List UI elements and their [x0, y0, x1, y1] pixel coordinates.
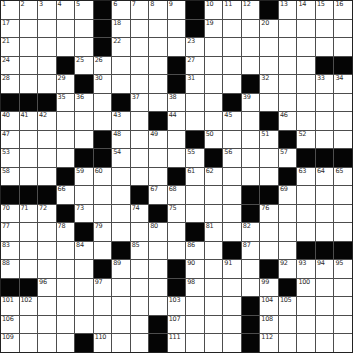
cell-r15c13[interactable]: 91	[223, 260, 241, 278]
cell-r10c9[interactable]	[149, 168, 167, 186]
cell-r13c4[interactable]: 78	[57, 223, 75, 241]
cell-r16c17[interactable]: 100	[297, 279, 315, 297]
cell-r4c3[interactable]	[38, 57, 56, 75]
cell-r17c12[interactable]	[205, 297, 223, 315]
cell-r4c13[interactable]	[223, 57, 241, 75]
cell-r12c11[interactable]	[186, 205, 204, 223]
cell-r13c13[interactable]	[223, 223, 241, 241]
cell-r10c13[interactable]	[223, 168, 241, 186]
cell-r9c4[interactable]	[57, 149, 75, 167]
cell-r1c4[interactable]: 4	[57, 1, 75, 19]
cell-r6c8[interactable]: 37	[131, 94, 149, 112]
cell-r4c2[interactable]	[20, 57, 38, 75]
cell-r6c9[interactable]	[149, 94, 167, 112]
cell-r8c9[interactable]: 49	[149, 131, 167, 149]
cell-r5c4[interactable]: 29	[57, 75, 75, 93]
cell-r17c4[interactable]	[57, 297, 75, 315]
cell-r1c13[interactable]: 11	[223, 1, 241, 19]
cell-r7c10[interactable]: 44	[168, 112, 186, 130]
cell-r16c18[interactable]	[316, 279, 334, 297]
cell-r12c12[interactable]	[205, 205, 223, 223]
cell-r5c6[interactable]: 30	[94, 75, 112, 93]
cell-r3c16[interactable]	[279, 38, 297, 56]
cell-r19c13[interactable]	[223, 334, 241, 352]
cell-r3c17[interactable]	[297, 38, 315, 56]
cell-r7c18[interactable]	[316, 112, 334, 130]
cell-r12c5[interactable]: 73	[75, 205, 93, 223]
cell-r15c4[interactable]	[57, 260, 75, 278]
cell-r13c15[interactable]	[260, 223, 278, 241]
cell-r19c17[interactable]	[297, 334, 315, 352]
cell-r8c17[interactable]: 52	[297, 131, 315, 149]
cell-r4c14[interactable]	[242, 57, 260, 75]
cell-r7c16[interactable]: 46	[279, 112, 297, 130]
cell-r2c16[interactable]	[279, 20, 297, 38]
cell-r4c11[interactable]: 27	[186, 57, 204, 75]
cell-r18c19[interactable]	[334, 316, 352, 334]
cell-r17c9[interactable]	[149, 297, 167, 315]
cell-r11c18[interactable]	[316, 186, 334, 204]
cell-r16c5[interactable]	[75, 279, 93, 297]
cell-r12c15[interactable]: 76	[260, 205, 278, 223]
cell-r4c8[interactable]	[131, 57, 149, 75]
cell-r13c14[interactable]: 82	[242, 223, 260, 241]
cell-r4c6[interactable]: 26	[94, 57, 112, 75]
cell-r8c3[interactable]	[38, 131, 56, 149]
cell-r8c8[interactable]	[131, 131, 149, 149]
cell-r11c17[interactable]	[297, 186, 315, 204]
cell-r17c10[interactable]: 103	[168, 297, 186, 315]
cell-r8c10[interactable]	[168, 131, 186, 149]
cell-r15c19[interactable]: 95	[334, 260, 352, 278]
cell-r9c14[interactable]	[242, 149, 260, 167]
cell-r8c2[interactable]	[20, 131, 38, 149]
cell-r17c19[interactable]	[334, 297, 352, 315]
cell-r18c2[interactable]	[20, 316, 38, 334]
cell-r4c7[interactable]	[112, 57, 130, 75]
cell-r6c11[interactable]	[186, 94, 204, 112]
cell-r17c8[interactable]	[131, 297, 149, 315]
cell-r10c2[interactable]	[20, 168, 38, 186]
cell-r16c6[interactable]: 97	[94, 279, 112, 297]
cell-r3c11[interactable]: 23	[186, 38, 204, 56]
cell-r2c14[interactable]	[242, 20, 260, 38]
cell-r7c4[interactable]	[57, 112, 75, 130]
cell-r8c15[interactable]: 51	[260, 131, 278, 149]
cell-r7c12[interactable]	[205, 112, 223, 130]
cell-r18c15[interactable]: 108	[260, 316, 278, 334]
cell-r8c12[interactable]: 50	[205, 131, 223, 149]
cell-r14c9[interactable]	[149, 242, 167, 260]
cell-r12c19[interactable]	[334, 205, 352, 223]
cell-r14c10[interactable]	[168, 242, 186, 260]
cell-r5c17[interactable]	[297, 75, 315, 93]
cell-r11c11[interactable]	[186, 186, 204, 204]
cell-r7c19[interactable]	[334, 112, 352, 130]
cell-r2c9[interactable]	[149, 20, 167, 38]
cell-r11c13[interactable]	[223, 186, 241, 204]
cell-r12c7[interactable]	[112, 205, 130, 223]
cell-r5c2[interactable]	[20, 75, 38, 93]
cell-r17c2[interactable]: 102	[20, 297, 38, 315]
cell-r7c13[interactable]: 45	[223, 112, 241, 130]
cell-r8c7[interactable]: 48	[112, 131, 130, 149]
cell-r17c3[interactable]	[38, 297, 56, 315]
cell-r7c2[interactable]: 41	[20, 112, 38, 130]
cell-r19c3[interactable]	[38, 334, 56, 352]
cell-r19c1[interactable]: 109	[1, 334, 19, 352]
cell-r9c15[interactable]	[260, 149, 278, 167]
cell-r14c12[interactable]	[205, 242, 223, 260]
cell-r4c5[interactable]: 25	[75, 57, 93, 75]
cell-r2c1[interactable]: 17	[1, 20, 19, 38]
cell-r5c1[interactable]: 28	[1, 75, 19, 93]
cell-r9c11[interactable]: 55	[186, 149, 204, 167]
cell-r5c15[interactable]: 32	[260, 75, 278, 93]
cell-r15c18[interactable]: 94	[316, 260, 334, 278]
cell-r6c14[interactable]: 39	[242, 94, 260, 112]
cell-r15c2[interactable]	[20, 260, 38, 278]
cell-r7c7[interactable]: 43	[112, 112, 130, 130]
cell-r18c13[interactable]	[223, 316, 241, 334]
cell-r3c7[interactable]: 22	[112, 38, 130, 56]
cell-r15c9[interactable]	[149, 260, 167, 278]
cell-r2c5[interactable]	[75, 20, 93, 38]
cell-r3c18[interactable]	[316, 38, 334, 56]
cell-r8c1[interactable]: 47	[1, 131, 19, 149]
cell-r13c10[interactable]	[168, 223, 186, 241]
cell-r2c8[interactable]	[131, 20, 149, 38]
cell-r12c3[interactable]: 72	[38, 205, 56, 223]
cell-r17c1[interactable]: 101	[1, 297, 19, 315]
cell-r2c13[interactable]	[223, 20, 241, 38]
cell-r1c8[interactable]: 7	[131, 1, 149, 19]
cell-r18c7[interactable]	[112, 316, 130, 334]
cell-r18c18[interactable]	[316, 316, 334, 334]
cell-r10c11[interactable]: 61	[186, 168, 204, 186]
cell-r13c7[interactable]	[112, 223, 130, 241]
cell-r12c13[interactable]	[223, 205, 241, 223]
cell-r14c11[interactable]: 86	[186, 242, 204, 260]
cell-r7c8[interactable]	[131, 112, 149, 130]
cell-r17c13[interactable]	[223, 297, 241, 315]
cell-r12c2[interactable]: 71	[20, 205, 38, 223]
cell-r13c16[interactable]	[279, 223, 297, 241]
cell-r11c16[interactable]: 69	[279, 186, 297, 204]
cell-r2c7[interactable]: 18	[112, 20, 130, 38]
cell-r10c19[interactable]: 65	[334, 168, 352, 186]
cell-r11c12[interactable]	[205, 186, 223, 204]
cell-r6c17[interactable]	[297, 94, 315, 112]
cell-r7c5[interactable]	[75, 112, 93, 130]
cell-r13c18[interactable]	[316, 223, 334, 241]
cell-r14c2[interactable]	[20, 242, 38, 260]
cell-r15c8[interactable]	[131, 260, 149, 278]
cell-r17c11[interactable]	[186, 297, 204, 315]
cell-r5c8[interactable]	[131, 75, 149, 93]
cell-r15c3[interactable]	[38, 260, 56, 278]
cell-r4c12[interactable]	[205, 57, 223, 75]
cell-r16c12[interactable]	[205, 279, 223, 297]
cell-r7c14[interactable]	[242, 112, 260, 130]
cell-r3c8[interactable]	[131, 38, 149, 56]
cell-r1c7[interactable]: 6	[112, 1, 130, 19]
cell-r17c6[interactable]	[94, 297, 112, 315]
cell-r3c9[interactable]	[149, 38, 167, 56]
cell-r15c16[interactable]: 92	[279, 260, 297, 278]
cell-r10c18[interactable]: 64	[316, 168, 334, 186]
cell-r17c16[interactable]: 105	[279, 297, 297, 315]
cell-r13c9[interactable]: 80	[149, 223, 167, 241]
cell-r6c16[interactable]	[279, 94, 297, 112]
cell-r5c12[interactable]	[205, 75, 223, 93]
cell-r19c15[interactable]: 112	[260, 334, 278, 352]
cell-r9c9[interactable]	[149, 149, 167, 167]
cell-r18c10[interactable]: 107	[168, 316, 186, 334]
cell-r16c3[interactable]: 96	[38, 279, 56, 297]
cell-r16c4[interactable]	[57, 279, 75, 297]
cell-r14c5[interactable]: 84	[75, 242, 93, 260]
cell-r12c1[interactable]: 70	[1, 205, 19, 223]
cell-r17c7[interactable]	[112, 297, 130, 315]
cell-r16c9[interactable]	[149, 279, 167, 297]
cell-r6c15[interactable]	[260, 94, 278, 112]
cell-r19c8[interactable]	[131, 334, 149, 352]
cell-r3c15[interactable]	[260, 38, 278, 56]
cell-r2c2[interactable]	[20, 20, 38, 38]
cell-r10c14[interactable]	[242, 168, 260, 186]
cell-r17c15[interactable]: 104	[260, 297, 278, 315]
cell-r11c4[interactable]: 66	[57, 186, 75, 204]
cell-r3c13[interactable]	[223, 38, 241, 56]
cell-r18c4[interactable]	[57, 316, 75, 334]
cell-r2c18[interactable]	[316, 20, 334, 38]
cell-r13c1[interactable]: 77	[1, 223, 19, 241]
cell-r6c12[interactable]	[205, 94, 223, 112]
cell-r16c14[interactable]	[242, 279, 260, 297]
cell-r7c3[interactable]: 42	[38, 112, 56, 130]
cell-r6c6[interactable]	[94, 94, 112, 112]
cell-r10c7[interactable]	[112, 168, 130, 186]
cell-r11c7[interactable]	[112, 186, 130, 204]
cell-r10c17[interactable]: 63	[297, 168, 315, 186]
cell-r18c6[interactable]	[94, 316, 112, 334]
cell-r12c17[interactable]	[297, 205, 315, 223]
cell-r6c4[interactable]: 35	[57, 94, 75, 112]
cell-r8c19[interactable]	[334, 131, 352, 149]
cell-r14c8[interactable]: 85	[131, 242, 149, 260]
cell-r1c3[interactable]: 3	[38, 1, 56, 19]
cell-r4c9[interactable]	[149, 57, 167, 75]
cell-r1c16[interactable]: 13	[279, 1, 297, 19]
cell-r16c7[interactable]	[112, 279, 130, 297]
cell-r5c7[interactable]	[112, 75, 130, 93]
cell-r7c11[interactable]	[186, 112, 204, 130]
cell-r12c8[interactable]: 74	[131, 205, 149, 223]
cell-r18c5[interactable]	[75, 316, 93, 334]
cell-r19c6[interactable]: 110	[94, 334, 112, 352]
cell-r19c2[interactable]	[20, 334, 38, 352]
cell-r3c2[interactable]	[20, 38, 38, 56]
cell-r9c16[interactable]: 57	[279, 149, 297, 167]
cell-r11c19[interactable]	[334, 186, 352, 204]
cell-r18c11[interactable]	[186, 316, 204, 334]
cell-r9c2[interactable]	[20, 149, 38, 167]
cell-r18c16[interactable]	[279, 316, 297, 334]
cell-r9c1[interactable]: 53	[1, 149, 19, 167]
cell-r1c9[interactable]: 8	[149, 1, 167, 19]
cell-r14c3[interactable]	[38, 242, 56, 260]
cell-r14c16[interactable]	[279, 242, 297, 260]
cell-r12c6[interactable]	[94, 205, 112, 223]
cell-r18c12[interactable]	[205, 316, 223, 334]
cell-r19c19[interactable]	[334, 334, 352, 352]
cell-r10c12[interactable]: 62	[205, 168, 223, 186]
cell-r1c18[interactable]: 15	[316, 1, 334, 19]
cell-r13c12[interactable]: 81	[205, 223, 223, 241]
cell-r10c15[interactable]	[260, 168, 278, 186]
cell-r14c4[interactable]	[57, 242, 75, 260]
cell-r13c2[interactable]	[20, 223, 38, 241]
cell-r4c16[interactable]	[279, 57, 297, 75]
cell-r5c11[interactable]: 31	[186, 75, 204, 93]
cell-r15c7[interactable]: 89	[112, 260, 130, 278]
cell-r13c17[interactable]	[297, 223, 315, 241]
cell-r15c1[interactable]: 88	[1, 260, 19, 278]
cell-r17c17[interactable]	[297, 297, 315, 315]
cell-r16c19[interactable]	[334, 279, 352, 297]
cell-r6c19[interactable]	[334, 94, 352, 112]
cell-r10c1[interactable]: 58	[1, 168, 19, 186]
cell-r1c17[interactable]: 14	[297, 1, 315, 19]
cell-r5c19[interactable]: 34	[334, 75, 352, 93]
cell-r18c3[interactable]	[38, 316, 56, 334]
cell-r19c4[interactable]	[57, 334, 75, 352]
cell-r2c4[interactable]	[57, 20, 75, 38]
cell-r2c3[interactable]	[38, 20, 56, 38]
cell-r16c15[interactable]: 99	[260, 279, 278, 297]
cell-r15c14[interactable]	[242, 260, 260, 278]
cell-r2c19[interactable]	[334, 20, 352, 38]
cell-r5c18[interactable]: 33	[316, 75, 334, 93]
cell-r16c11[interactable]: 98	[186, 279, 204, 297]
cell-r11c10[interactable]: 68	[168, 186, 186, 204]
cell-r19c16[interactable]	[279, 334, 297, 352]
cell-r5c3[interactable]	[38, 75, 56, 93]
cell-r1c12[interactable]: 10	[205, 1, 223, 19]
cell-r1c19[interactable]: 16	[334, 1, 352, 19]
cell-r1c14[interactable]: 12	[242, 1, 260, 19]
cell-r11c9[interactable]: 67	[149, 186, 167, 204]
cell-r5c13[interactable]	[223, 75, 241, 93]
cell-r2c10[interactable]	[168, 20, 186, 38]
cell-r3c14[interactable]	[242, 38, 260, 56]
cell-r1c1[interactable]: 1	[1, 1, 19, 19]
cell-r17c5[interactable]	[75, 297, 93, 315]
cell-r3c4[interactable]	[57, 38, 75, 56]
cell-r1c5[interactable]: 5	[75, 1, 93, 19]
cell-r3c19[interactable]	[334, 38, 352, 56]
cell-r7c17[interactable]	[297, 112, 315, 130]
cell-r18c1[interactable]: 106	[1, 316, 19, 334]
cell-r6c5[interactable]: 36	[75, 94, 93, 112]
cell-r15c11[interactable]: 90	[186, 260, 204, 278]
cell-r15c12[interactable]	[205, 260, 223, 278]
cell-r13c8[interactable]	[131, 223, 149, 241]
cell-r2c12[interactable]: 19	[205, 20, 223, 38]
cell-r19c7[interactable]	[112, 334, 130, 352]
cell-r14c15[interactable]	[260, 242, 278, 260]
cell-r3c5[interactable]	[75, 38, 93, 56]
cell-r7c1[interactable]: 40	[1, 112, 19, 130]
cell-r5c9[interactable]	[149, 75, 167, 93]
cell-r13c3[interactable]	[38, 223, 56, 241]
cell-r17c18[interactable]	[316, 297, 334, 315]
cell-r14c14[interactable]: 87	[242, 242, 260, 260]
cell-r11c6[interactable]	[94, 186, 112, 204]
cell-r12c18[interactable]	[316, 205, 334, 223]
cell-r10c8[interactable]	[131, 168, 149, 186]
cell-r4c17[interactable]	[297, 57, 315, 75]
cell-r19c18[interactable]	[316, 334, 334, 352]
cell-r8c5[interactable]	[75, 131, 93, 149]
cell-r3c10[interactable]	[168, 38, 186, 56]
cell-r16c13[interactable]	[223, 279, 241, 297]
cell-r9c13[interactable]: 56	[223, 149, 241, 167]
cell-r8c18[interactable]	[316, 131, 334, 149]
cell-r9c7[interactable]: 54	[112, 149, 130, 167]
cell-r13c6[interactable]: 79	[94, 223, 112, 241]
cell-r3c12[interactable]	[205, 38, 223, 56]
cell-r12c10[interactable]: 75	[168, 205, 186, 223]
cell-r15c5[interactable]	[75, 260, 93, 278]
cell-r5c16[interactable]	[279, 75, 297, 93]
cell-r18c8[interactable]	[131, 316, 149, 334]
cell-r8c14[interactable]	[242, 131, 260, 149]
cell-r10c6[interactable]: 60	[94, 168, 112, 186]
cell-r4c15[interactable]	[260, 57, 278, 75]
cell-r18c17[interactable]	[297, 316, 315, 334]
cell-r9c8[interactable]	[131, 149, 149, 167]
cell-r7c6[interactable]	[94, 112, 112, 130]
cell-r8c4[interactable]	[57, 131, 75, 149]
cell-r9c3[interactable]	[38, 149, 56, 167]
cell-r19c12[interactable]	[205, 334, 223, 352]
cell-r3c1[interactable]: 21	[1, 38, 19, 56]
cell-r15c17[interactable]: 93	[297, 260, 315, 278]
cell-r14c1[interactable]: 83	[1, 242, 19, 260]
cell-r19c10[interactable]: 111	[168, 334, 186, 352]
cell-r13c19[interactable]	[334, 223, 352, 241]
cell-r11c5[interactable]	[75, 186, 93, 204]
cell-r1c2[interactable]: 2	[20, 1, 38, 19]
cell-r12c16[interactable]	[279, 205, 297, 223]
cell-r6c18[interactable]	[316, 94, 334, 112]
cell-r16c8[interactable]	[131, 279, 149, 297]
cell-r3c3[interactable]	[38, 38, 56, 56]
cell-r10c3[interactable]	[38, 168, 56, 186]
cell-r6c10[interactable]: 38	[168, 94, 186, 112]
cell-r14c6[interactable]	[94, 242, 112, 260]
cell-r2c17[interactable]	[297, 20, 315, 38]
cell-r2c15[interactable]: 20	[260, 20, 278, 38]
cell-r19c11[interactable]	[186, 334, 204, 352]
cell-r4c1[interactable]: 24	[1, 57, 19, 75]
cell-r1c10[interactable]: 9	[168, 1, 186, 19]
cell-r8c13[interactable]	[223, 131, 241, 149]
cell-r9c10[interactable]	[168, 149, 186, 167]
cell-r10c5[interactable]: 59	[75, 168, 93, 186]
